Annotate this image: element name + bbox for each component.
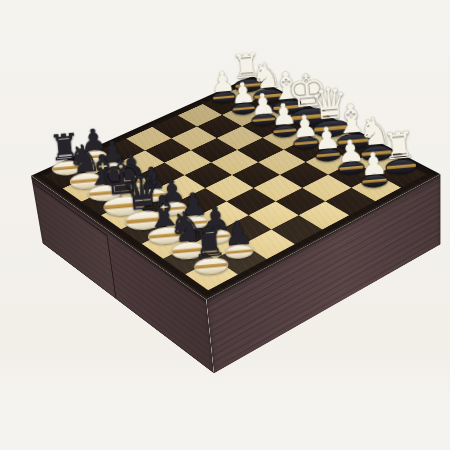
piece-base — [362, 173, 390, 189]
chess-set-photo: ♜♞♝♛♚♝♞♜♟♟♟♟♟♟♟♟♟♟♟♟♟♟♟♟♜♞♝♛♚♝♞♜ — [0, 0, 450, 450]
square-b3[interactable] — [302, 175, 351, 202]
square-a4[interactable] — [299, 201, 350, 229]
square-b5[interactable] — [249, 201, 299, 229]
square-b4[interactable] — [276, 188, 326, 215]
piece-white-pawn-a2[interactable]: ♟ — [359, 148, 390, 189]
square-a3[interactable] — [325, 188, 375, 215]
square-a5[interactable] — [271, 215, 322, 244]
square-c4[interactable] — [254, 175, 303, 202]
square-c5[interactable] — [227, 188, 276, 215]
square-d5[interactable] — [205, 175, 253, 201]
piece-black-rook-a8[interactable]: ♜ — [189, 222, 229, 276]
camera-roll-layer: ♜♞♝♛♚♝♞♜♟♟♟♟♟♟♟♟♟♟♟♟♟♟♟♟♜♞♝♛♚♝♞♜ — [0, 0, 450, 450]
